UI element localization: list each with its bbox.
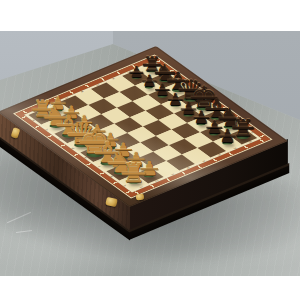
product-photo: aabbccddeeffgghh8877665544332211 ♜♞♝♛♚♝♞…: [0, 0, 300, 300]
black-pawn-icon: ♟: [219, 128, 235, 146]
white-rook-icon: ♜: [122, 160, 145, 186]
black-rook-icon: ♜: [232, 116, 253, 140]
letterbox-top: [0, 0, 300, 31]
brass-clasp-icon: [136, 194, 145, 201]
photo-area: aabbccddeeffgghh8877665544332211 ♜♞♝♛♚♝♞…: [0, 31, 300, 276]
black-pawn-icon: ♟: [129, 64, 143, 79]
letterbox-bottom: [0, 276, 300, 300]
